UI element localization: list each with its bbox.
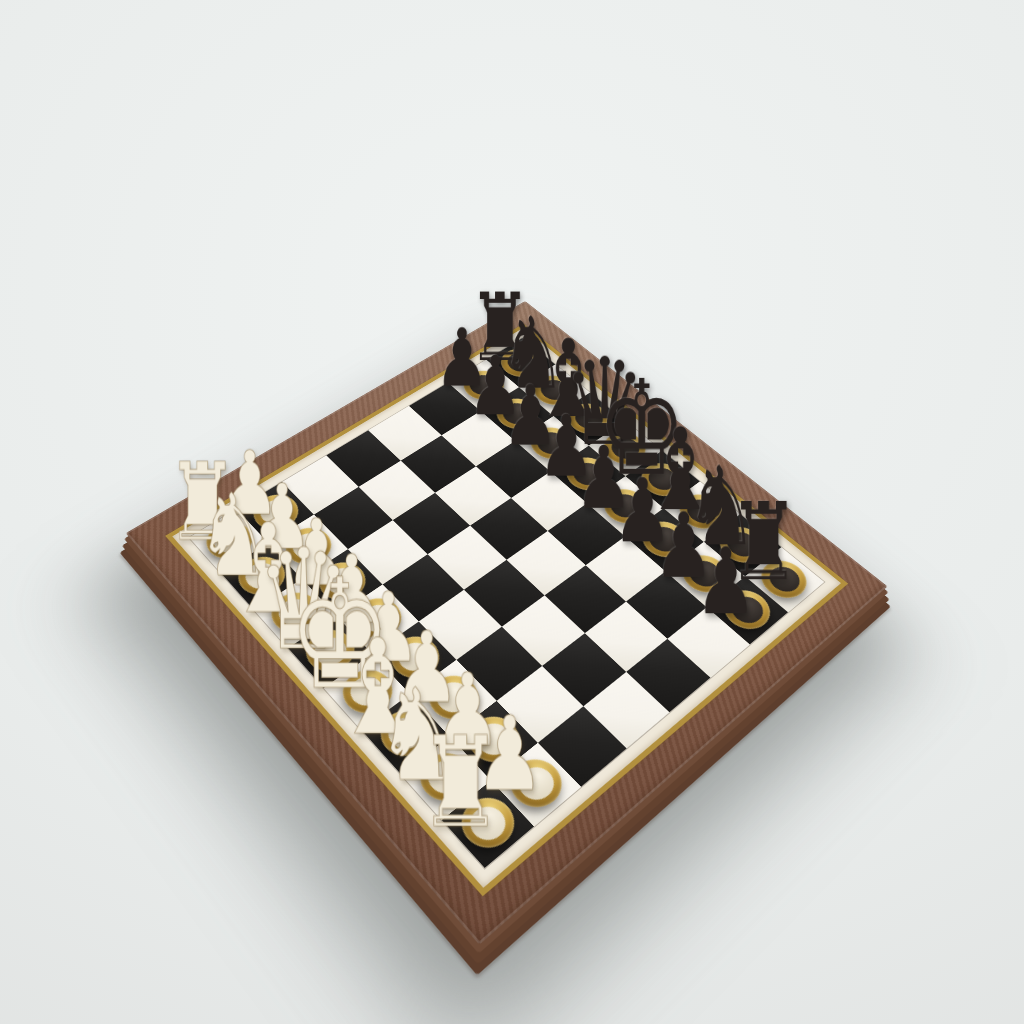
gold-trim-and-margin: ♜♞♝♛♚♝♞♜♟♟♟♟♟♟♟♟♟♟♟♟♟♟♟♟♜♞♝♛♚♝♞♜ (165, 324, 848, 896)
board-grid: ♜♞♝♛♚♝♞♜♟♟♟♟♟♟♟♟♟♟♟♟♟♟♟♟♜♞♝♛♚♝♞♜ (189, 338, 824, 868)
black-pawn[interactable]: ♟ (695, 535, 757, 627)
wooden-frame: ♜♞♝♛♚♝♞♜♟♟♟♟♟♟♟♟♟♟♟♟♟♟♟♟♜♞♝♛♚♝♞♜ (126, 301, 888, 945)
white-rook[interactable]: ♜ (417, 721, 502, 846)
chess-board: ♜♞♝♛♚♝♞♜♟♟♟♟♟♟♟♟♟♟♟♟♟♟♟♟♜♞♝♛♚♝♞♜ (126, 301, 888, 945)
scene: ♜♞♝♛♚♝♞♜♟♟♟♟♟♟♟♟♟♟♟♟♟♟♟♟♜♞♝♛♚♝♞♜ (0, 0, 1024, 1024)
square-h3[interactable] (538, 706, 626, 786)
photo-backdrop: ♜♞♝♛♚♝♞♜♟♟♟♟♟♟♟♟♟♟♟♟♟♟♟♟♜♞♝♛♚♝♞♜ (0, 0, 1024, 1024)
